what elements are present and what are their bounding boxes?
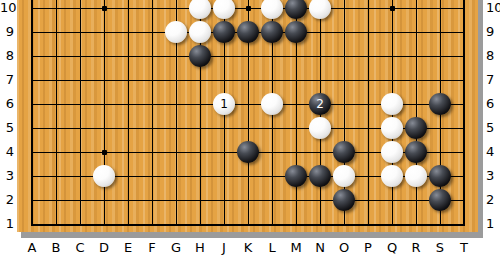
black-stone-J9[interactable] <box>213 21 235 43</box>
white-stone-G9[interactable] <box>165 21 187 43</box>
white-stone-Q3[interactable] <box>381 165 403 187</box>
black-stone-M10[interactable] <box>285 0 307 19</box>
column-label-N: N <box>308 240 332 256</box>
row-label-left-10: 10 <box>0 0 14 16</box>
column-label-L: L <box>260 240 284 256</box>
column-label-R: R <box>404 240 428 256</box>
row-label-left-9: 9 <box>0 24 14 40</box>
black-stone-M3[interactable] <box>285 165 307 187</box>
white-stone-R3[interactable] <box>405 165 427 187</box>
move-number-label: 1 <box>220 98 228 110</box>
row-label-left-8: 8 <box>0 48 14 64</box>
column-label-E: E <box>116 240 140 256</box>
black-stone-R5[interactable] <box>405 117 427 139</box>
row-label-left-2: 2 <box>0 192 14 208</box>
black-stone-N6[interactable]: 2 <box>309 93 331 115</box>
black-stone-H8[interactable] <box>189 45 211 67</box>
column-label-O: O <box>332 240 356 256</box>
column-label-B: B <box>44 240 68 256</box>
black-stone-S3[interactable] <box>429 165 451 187</box>
column-label-M: M <box>284 240 308 256</box>
stones-layer: 21 <box>20 0 476 236</box>
row-label-right-10: 10 <box>486 0 500 16</box>
column-label-K: K <box>236 240 260 256</box>
row-label-left-3: 3 <box>0 168 14 184</box>
column-label-T: T <box>452 240 476 256</box>
row-label-right-3: 3 <box>486 168 500 184</box>
white-stone-L10[interactable] <box>261 0 283 19</box>
black-stone-L9[interactable] <box>261 21 283 43</box>
row-label-left-5: 5 <box>0 120 14 136</box>
go-app-window: 21 1098765432110987654321ABCDEFGHJKLMNOP… <box>0 0 500 260</box>
white-stone-O3[interactable] <box>333 165 355 187</box>
white-stone-H9[interactable] <box>189 21 211 43</box>
column-label-H: H <box>188 240 212 256</box>
black-stone-K4[interactable] <box>237 141 259 163</box>
column-label-A: A <box>20 240 44 256</box>
white-stone-Q6[interactable] <box>381 93 403 115</box>
white-stone-N5[interactable] <box>309 117 331 139</box>
column-label-Q: Q <box>380 240 404 256</box>
row-label-right-1: 1 <box>486 216 500 232</box>
row-label-right-9: 9 <box>486 24 500 40</box>
black-stone-N3[interactable] <box>309 165 331 187</box>
black-stone-K9[interactable] <box>237 21 259 43</box>
white-stone-J6[interactable]: 1 <box>213 93 235 115</box>
white-stone-D3[interactable] <box>93 165 115 187</box>
row-label-right-4: 4 <box>486 144 500 160</box>
black-stone-S6[interactable] <box>429 93 451 115</box>
row-label-right-5: 5 <box>486 120 500 136</box>
black-stone-S2[interactable] <box>429 189 451 211</box>
column-label-C: C <box>68 240 92 256</box>
white-stone-Q4[interactable] <box>381 141 403 163</box>
column-label-G: G <box>164 240 188 256</box>
column-label-D: D <box>92 240 116 256</box>
row-label-right-6: 6 <box>486 96 500 112</box>
row-label-right-2: 2 <box>486 192 500 208</box>
move-number-label: 2 <box>316 98 324 110</box>
column-label-F: F <box>140 240 164 256</box>
row-label-right-8: 8 <box>486 48 500 64</box>
row-label-left-4: 4 <box>0 144 14 160</box>
row-label-left-1: 1 <box>0 216 14 232</box>
row-label-right-7: 7 <box>486 72 500 88</box>
row-label-left-7: 7 <box>0 72 14 88</box>
black-stone-O4[interactable] <box>333 141 355 163</box>
column-label-S: S <box>428 240 452 256</box>
black-stone-R4[interactable] <box>405 141 427 163</box>
white-stone-N10[interactable] <box>309 0 331 19</box>
white-stone-Q5[interactable] <box>381 117 403 139</box>
row-label-left-6: 6 <box>0 96 14 112</box>
column-label-J: J <box>212 240 236 256</box>
white-stone-J10[interactable] <box>213 0 235 19</box>
black-stone-O2[interactable] <box>333 189 355 211</box>
black-stone-M9[interactable] <box>285 21 307 43</box>
white-stone-L6[interactable] <box>261 93 283 115</box>
white-stone-H10[interactable] <box>189 0 211 19</box>
column-label-P: P <box>356 240 380 256</box>
